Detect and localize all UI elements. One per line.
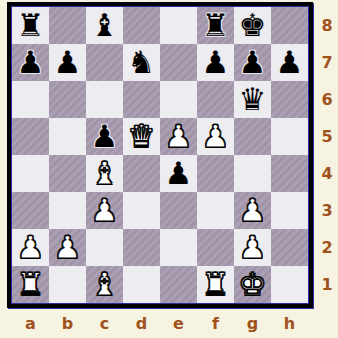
file-label-h: h bbox=[271, 313, 308, 335]
square-d2[interactable] bbox=[123, 229, 160, 266]
square-f4[interactable] bbox=[197, 155, 234, 192]
square-f5[interactable]: ♟ bbox=[197, 118, 234, 155]
square-g1[interactable]: ♚ bbox=[234, 266, 271, 303]
white-rook[interactable]: ♜ bbox=[202, 266, 230, 303]
square-d7[interactable]: ♞ bbox=[123, 44, 160, 81]
square-b4[interactable] bbox=[49, 155, 86, 192]
square-a7[interactable]: ♟ bbox=[12, 44, 49, 81]
chess-diagram: ♜♝♜♚♟♟♞♟♟♟♛♟♛♟♟♝♟♟♟♟♟♟♜♝♜♚ abcdefgh 8765… bbox=[0, 0, 338, 338]
square-a1[interactable]: ♜ bbox=[12, 266, 49, 303]
rank-label-3: 3 bbox=[317, 192, 337, 229]
rank-label-5: 5 bbox=[317, 118, 337, 155]
square-g8[interactable]: ♚ bbox=[234, 7, 271, 44]
square-b1[interactable] bbox=[49, 266, 86, 303]
square-c2[interactable] bbox=[86, 229, 123, 266]
white-pawn[interactable]: ♟ bbox=[202, 118, 230, 155]
square-a3[interactable] bbox=[12, 192, 49, 229]
square-a6[interactable] bbox=[12, 81, 49, 118]
chess-board[interactable]: ♜♝♜♚♟♟♞♟♟♟♛♟♛♟♟♝♟♟♟♟♟♟♜♝♜♚ bbox=[12, 7, 308, 303]
square-h2[interactable] bbox=[271, 229, 308, 266]
rank-label-6: 6 bbox=[317, 81, 337, 118]
square-c3[interactable]: ♟ bbox=[86, 192, 123, 229]
square-e2[interactable] bbox=[160, 229, 197, 266]
square-b6[interactable] bbox=[49, 81, 86, 118]
square-h5[interactable] bbox=[271, 118, 308, 155]
white-pawn[interactable]: ♟ bbox=[54, 229, 82, 266]
board-inner-line: ♜♝♜♚♟♟♞♟♟♟♛♟♛♟♟♝♟♟♟♟♟♟♜♝♜♚ bbox=[11, 6, 309, 304]
square-d1[interactable] bbox=[123, 266, 160, 303]
square-e8[interactable] bbox=[160, 7, 197, 44]
square-e6[interactable] bbox=[160, 81, 197, 118]
square-c8[interactable]: ♝ bbox=[86, 7, 123, 44]
square-h1[interactable] bbox=[271, 266, 308, 303]
square-d4[interactable] bbox=[123, 155, 160, 192]
white-pawn[interactable]: ♟ bbox=[91, 192, 119, 229]
square-f3[interactable] bbox=[197, 192, 234, 229]
black-rook[interactable]: ♜ bbox=[202, 7, 230, 44]
chess-board-frame: ♜♝♜♚♟♟♞♟♟♟♛♟♛♟♟♝♟♟♟♟♟♟♜♝♜♚ bbox=[7, 2, 313, 308]
black-rook[interactable]: ♜ bbox=[17, 7, 45, 44]
white-bishop[interactable]: ♝ bbox=[91, 155, 119, 192]
square-c1[interactable]: ♝ bbox=[86, 266, 123, 303]
square-a4[interactable] bbox=[12, 155, 49, 192]
square-a2[interactable]: ♟ bbox=[12, 229, 49, 266]
square-h3[interactable] bbox=[271, 192, 308, 229]
square-h4[interactable] bbox=[271, 155, 308, 192]
square-g5[interactable] bbox=[234, 118, 271, 155]
square-e7[interactable] bbox=[160, 44, 197, 81]
square-d5[interactable]: ♛ bbox=[123, 118, 160, 155]
square-b8[interactable] bbox=[49, 7, 86, 44]
file-label-e: e bbox=[160, 313, 197, 335]
black-pawn[interactable]: ♟ bbox=[202, 44, 230, 81]
square-e4[interactable]: ♟ bbox=[160, 155, 197, 192]
square-b3[interactable] bbox=[49, 192, 86, 229]
black-pawn[interactable]: ♟ bbox=[165, 155, 193, 192]
square-g6[interactable]: ♛ bbox=[234, 81, 271, 118]
rank-label-7: 7 bbox=[317, 44, 337, 81]
square-b7[interactable]: ♟ bbox=[49, 44, 86, 81]
file-coordinates: abcdefgh bbox=[12, 313, 308, 335]
rank-label-8: 8 bbox=[317, 7, 337, 44]
rank-coordinates: 87654321 bbox=[317, 7, 337, 303]
square-b2[interactable]: ♟ bbox=[49, 229, 86, 266]
white-pawn[interactable]: ♟ bbox=[165, 118, 193, 155]
square-b5[interactable] bbox=[49, 118, 86, 155]
white-queen[interactable]: ♛ bbox=[128, 118, 156, 155]
square-d6[interactable] bbox=[123, 81, 160, 118]
square-g4[interactable] bbox=[234, 155, 271, 192]
file-label-a: a bbox=[12, 313, 49, 335]
white-bishop[interactable]: ♝ bbox=[91, 266, 119, 303]
file-label-f: f bbox=[197, 313, 234, 335]
square-h7[interactable]: ♟ bbox=[271, 44, 308, 81]
white-pawn[interactable]: ♟ bbox=[239, 229, 267, 266]
square-g7[interactable]: ♟ bbox=[234, 44, 271, 81]
black-pawn[interactable]: ♟ bbox=[17, 44, 45, 81]
square-c7[interactable] bbox=[86, 44, 123, 81]
square-e3[interactable] bbox=[160, 192, 197, 229]
file-label-g: g bbox=[234, 313, 271, 335]
square-f6[interactable] bbox=[197, 81, 234, 118]
black-pawn[interactable]: ♟ bbox=[91, 118, 119, 155]
square-g2[interactable]: ♟ bbox=[234, 229, 271, 266]
square-a8[interactable]: ♜ bbox=[12, 7, 49, 44]
white-king[interactable]: ♚ bbox=[239, 266, 267, 303]
square-f7[interactable]: ♟ bbox=[197, 44, 234, 81]
square-e1[interactable] bbox=[160, 266, 197, 303]
square-f2[interactable] bbox=[197, 229, 234, 266]
square-g3[interactable]: ♟ bbox=[234, 192, 271, 229]
square-c4[interactable]: ♝ bbox=[86, 155, 123, 192]
file-label-b: b bbox=[49, 313, 86, 335]
white-pawn[interactable]: ♟ bbox=[239, 192, 267, 229]
rank-label-4: 4 bbox=[317, 155, 337, 192]
black-pawn[interactable]: ♟ bbox=[239, 44, 267, 81]
white-pawn[interactable]: ♟ bbox=[17, 229, 45, 266]
square-f1[interactable]: ♜ bbox=[197, 266, 234, 303]
black-queen[interactable]: ♛ bbox=[239, 81, 267, 118]
black-king[interactable]: ♚ bbox=[239, 7, 267, 44]
white-rook[interactable]: ♜ bbox=[17, 266, 45, 303]
black-pawn[interactable]: ♟ bbox=[54, 44, 82, 81]
black-pawn[interactable]: ♟ bbox=[276, 44, 304, 81]
rank-label-2: 2 bbox=[317, 229, 337, 266]
file-label-d: d bbox=[123, 313, 160, 335]
square-e5[interactable]: ♟ bbox=[160, 118, 197, 155]
square-h6[interactable] bbox=[271, 81, 308, 118]
rank-label-1: 1 bbox=[317, 266, 337, 303]
black-bishop[interactable]: ♝ bbox=[91, 7, 119, 44]
square-h8[interactable] bbox=[271, 7, 308, 44]
square-f8[interactable]: ♜ bbox=[197, 7, 234, 44]
black-knight[interactable]: ♞ bbox=[128, 44, 156, 81]
square-c5[interactable]: ♟ bbox=[86, 118, 123, 155]
square-d8[interactable] bbox=[123, 7, 160, 44]
square-c6[interactable] bbox=[86, 81, 123, 118]
file-label-c: c bbox=[86, 313, 123, 335]
square-a5[interactable] bbox=[12, 118, 49, 155]
square-d3[interactable] bbox=[123, 192, 160, 229]
